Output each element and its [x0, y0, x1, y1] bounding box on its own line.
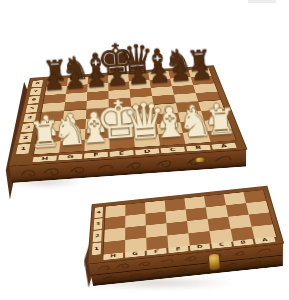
background-artifact [248, 0, 276, 3]
closed-file-label-h: H [103, 253, 123, 261]
file-label-c: C [161, 147, 186, 154]
square-h1 [34, 141, 61, 154]
file-label-f: F [84, 152, 108, 159]
rank-label-4: 4 [23, 113, 36, 122]
rank-label-2: 2 [18, 133, 32, 143]
square-g1 [59, 140, 85, 153]
closed-row-label-4: 4 [94, 207, 103, 218]
rank-label-6: 6 [28, 96, 40, 104]
square-c1 [158, 133, 185, 146]
rank-label-1: 1 [16, 144, 30, 154]
closed-row-label-2: 2 [93, 230, 102, 242]
rank-label-5: 5 [26, 104, 39, 112]
closed-chess-board: HGFEDCBA 4321 [77, 148, 289, 300]
file-label-a: A [211, 143, 236, 150]
rank-label-3: 3 [21, 123, 35, 132]
rank-label-7: 7 [30, 88, 42, 96]
open-board-grid [33, 68, 237, 155]
closed-row-label-1: 1 [92, 242, 101, 255]
file-label-e: E [110, 150, 134, 157]
file-label-d: D [135, 148, 159, 155]
square-e1 [109, 136, 134, 149]
square-a1 [207, 129, 236, 142]
file-label-g: G [58, 154, 82, 161]
square-d1 [134, 134, 160, 147]
product-photo: HGFEDCBA 87654321 ♜♞♝♚♛♝♞♜♟♟♟♟♟♟♟♟♟♟♟♟♟♟… [0, 0, 289, 300]
brass-latch-icon [207, 253, 220, 271]
file-label-h: H [33, 155, 57, 162]
open-board-top: HGFEDCBA 87654321 ♜♞♝♚♛♝♞♜♟♟♟♟♟♟♟♟♟♟♟♟♟♟… [8, 65, 247, 166]
square-f1 [84, 138, 109, 151]
rank-label-8: 8 [31, 80, 43, 87]
closed-file-label-c: C [211, 241, 232, 248]
square-b1 [183, 131, 211, 144]
file-label-b: B [186, 145, 211, 152]
closed-board-top: HGFEDCBA 4321 [87, 186, 284, 265]
closed-row-label-3: 3 [94, 218, 103, 230]
